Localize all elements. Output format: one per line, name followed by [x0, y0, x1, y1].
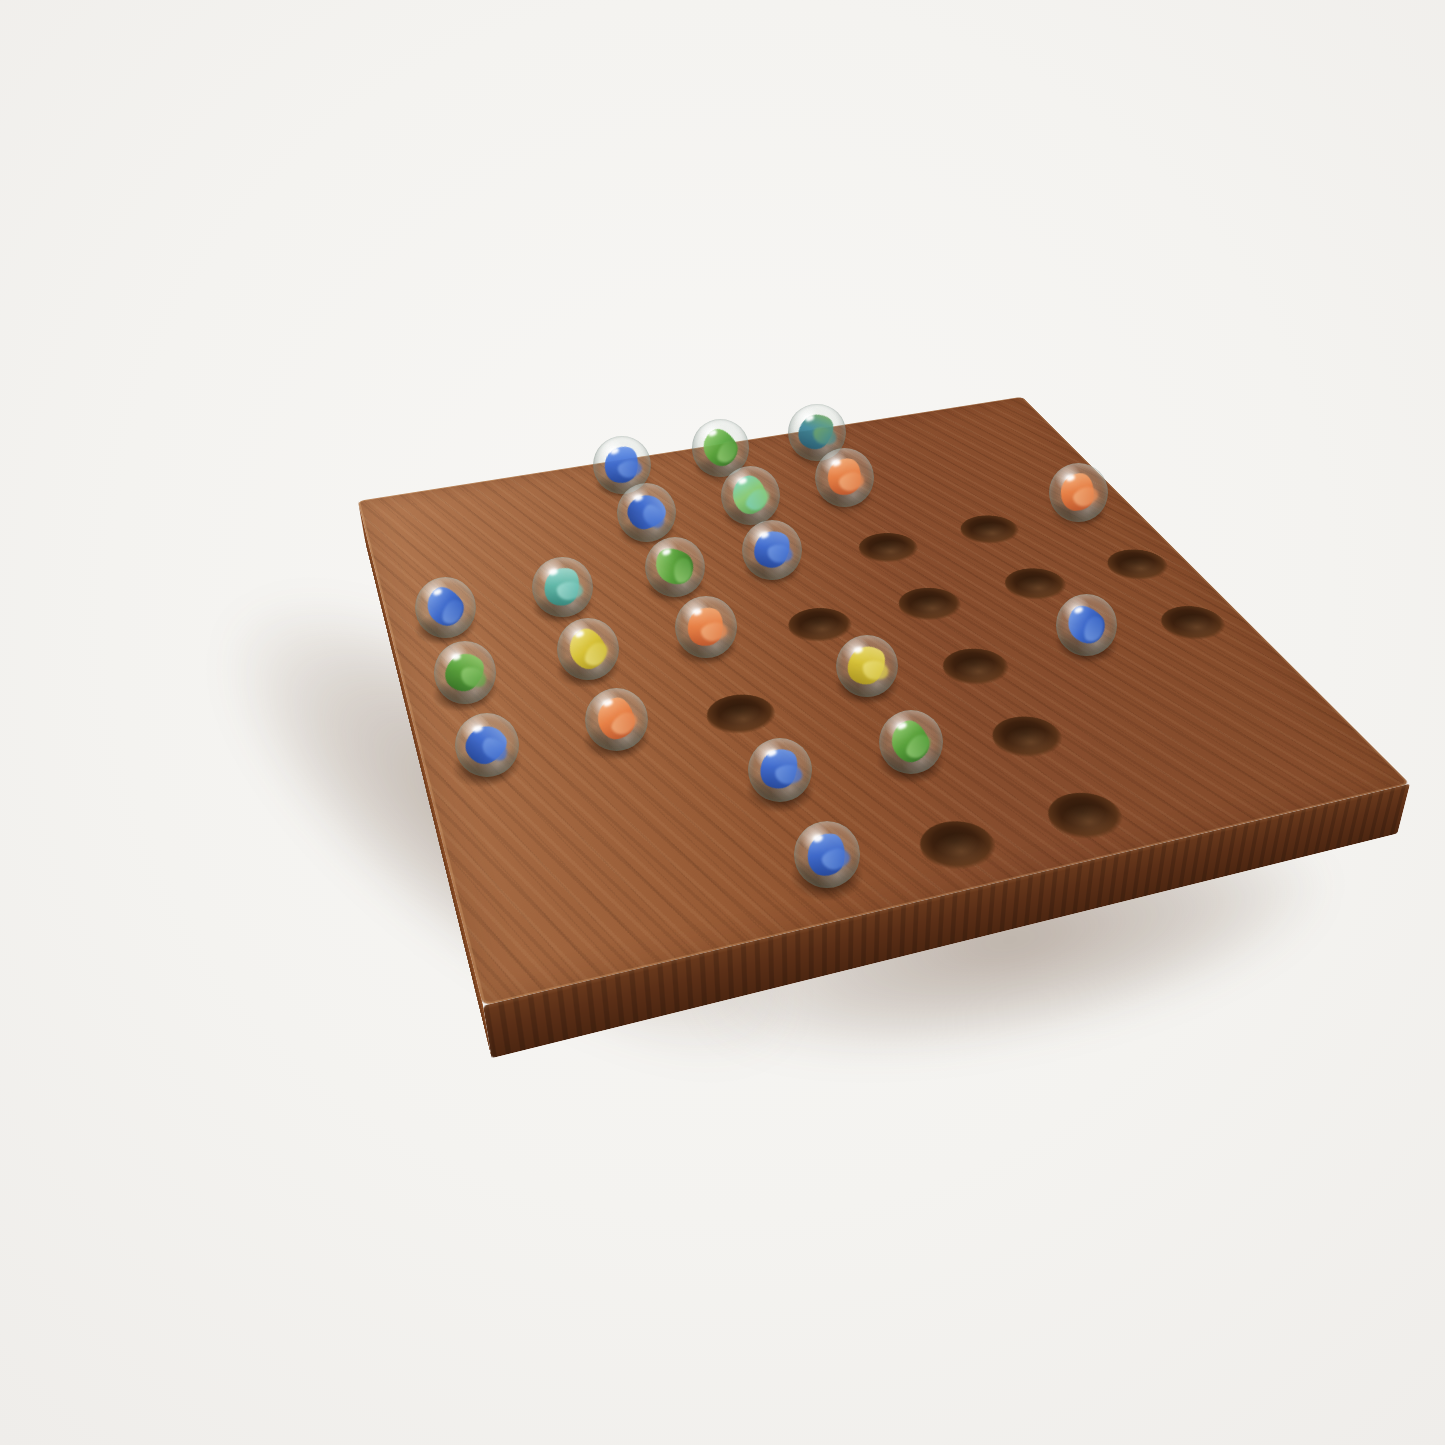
- socket-r4c1: [571, 711, 663, 770]
- scene: [0, 0, 1445, 1445]
- hole-r3c6[interactable]: [1097, 545, 1179, 585]
- socket-r3c0: [423, 666, 509, 720]
- hole-r4c2[interactable]: [699, 689, 784, 740]
- hole-r6c4[interactable]: [1036, 787, 1136, 847]
- hole-r2c4[interactable]: [851, 529, 927, 567]
- hole-r2c5[interactable]: [952, 512, 1029, 549]
- marble-specular-highlight: [609, 446, 619, 455]
- marble-specular-highlight: [708, 429, 718, 438]
- socket-r2c0: [406, 603, 486, 652]
- hole-r6c3[interactable]: [909, 815, 1008, 878]
- hole-r4c4[interactable]: [933, 644, 1019, 692]
- socket-r2c1: [522, 583, 603, 630]
- socket-r6c2: [774, 841, 882, 913]
- socket-r4c3: [821, 659, 915, 713]
- hole-r3c5[interactable]: [995, 564, 1076, 605]
- socket-r4c0: [442, 736, 533, 797]
- hole-r3c4[interactable]: [890, 583, 971, 626]
- hole-r4c6[interactable]: [1150, 602, 1237, 646]
- socket-r3c1: [545, 644, 632, 696]
- socket-r3c2: [663, 622, 750, 672]
- socket-r5c3: [861, 733, 962, 794]
- marble-specular-highlight: [804, 414, 814, 423]
- hole-r5c4[interactable]: [981, 711, 1073, 764]
- socket-r5c2: [731, 759, 831, 823]
- hole-r3c3[interactable]: [780, 604, 860, 648]
